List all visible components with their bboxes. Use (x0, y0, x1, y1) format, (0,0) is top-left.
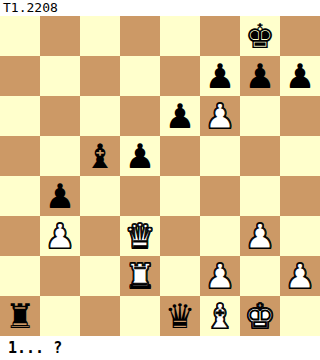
piece-white-bishop[interactable]: ♝ (205, 296, 235, 336)
square-f3[interactable] (200, 216, 240, 256)
piece-black-pawn[interactable]: ♟ (165, 96, 195, 136)
square-c5[interactable]: ♝ (80, 136, 120, 176)
square-a2[interactable] (0, 256, 40, 296)
piece-black-bishop[interactable]: ♝ (85, 136, 115, 176)
square-d1[interactable] (120, 296, 160, 336)
piece-black-pawn[interactable]: ♟ (205, 56, 235, 96)
piece-black-pawn[interactable]: ♟ (285, 56, 315, 96)
square-h8[interactable] (280, 16, 320, 56)
square-a1[interactable]: ♜ (0, 296, 40, 336)
square-e7[interactable] (160, 56, 200, 96)
square-e6[interactable]: ♟ (160, 96, 200, 136)
square-d2[interactable]: ♜ (120, 256, 160, 296)
square-e4[interactable] (160, 176, 200, 216)
square-f5[interactable] (200, 136, 240, 176)
square-d7[interactable] (120, 56, 160, 96)
piece-black-pawn[interactable]: ♟ (245, 56, 275, 96)
square-g1[interactable]: ♚ (240, 296, 280, 336)
square-g5[interactable] (240, 136, 280, 176)
square-a6[interactable] (0, 96, 40, 136)
square-g2[interactable] (240, 256, 280, 296)
square-h5[interactable] (280, 136, 320, 176)
piece-white-pawn[interactable]: ♟ (245, 216, 275, 256)
square-b1[interactable] (40, 296, 80, 336)
square-c4[interactable] (80, 176, 120, 216)
square-a7[interactable] (0, 56, 40, 96)
square-g8[interactable]: ♚ (240, 16, 280, 56)
square-c7[interactable] (80, 56, 120, 96)
piece-white-pawn[interactable]: ♟ (285, 256, 315, 296)
square-d5[interactable]: ♟ (120, 136, 160, 176)
piece-black-queen[interactable]: ♛ (165, 296, 195, 336)
square-g3[interactable]: ♟ (240, 216, 280, 256)
square-e5[interactable] (160, 136, 200, 176)
piece-black-pawn[interactable]: ♟ (125, 136, 155, 176)
move-prompt: 1... ? (0, 336, 320, 360)
square-b8[interactable] (40, 16, 80, 56)
square-d8[interactable] (120, 16, 160, 56)
square-h7[interactable]: ♟ (280, 56, 320, 96)
square-e8[interactable] (160, 16, 200, 56)
piece-white-queen[interactable]: ♛ (125, 216, 155, 256)
square-a3[interactable] (0, 216, 40, 256)
square-f7[interactable]: ♟ (200, 56, 240, 96)
square-h3[interactable] (280, 216, 320, 256)
square-a8[interactable] (0, 16, 40, 56)
piece-black-pawn[interactable]: ♟ (45, 176, 75, 216)
square-f6[interactable]: ♟ (200, 96, 240, 136)
square-b2[interactable] (40, 256, 80, 296)
square-f1[interactable]: ♝ (200, 296, 240, 336)
chess-board: ♚♟♟♟♟♟♝♟♟♟♛♟♜♟♟♜♛♝♚ (0, 16, 320, 336)
square-b3[interactable]: ♟ (40, 216, 80, 256)
square-c2[interactable] (80, 256, 120, 296)
square-h4[interactable] (280, 176, 320, 216)
square-c3[interactable] (80, 216, 120, 256)
piece-white-pawn[interactable]: ♟ (45, 216, 75, 256)
piece-white-king[interactable]: ♚ (245, 296, 275, 336)
square-b4[interactable]: ♟ (40, 176, 80, 216)
piece-white-pawn[interactable]: ♟ (205, 96, 235, 136)
square-f2[interactable]: ♟ (200, 256, 240, 296)
square-e2[interactable] (160, 256, 200, 296)
square-e3[interactable] (160, 216, 200, 256)
square-b7[interactable] (40, 56, 80, 96)
square-b6[interactable] (40, 96, 80, 136)
square-h2[interactable]: ♟ (280, 256, 320, 296)
piece-black-king[interactable]: ♚ (245, 16, 275, 56)
square-b5[interactable] (40, 136, 80, 176)
square-c1[interactable] (80, 296, 120, 336)
square-f8[interactable] (200, 16, 240, 56)
square-d4[interactable] (120, 176, 160, 216)
square-c6[interactable] (80, 96, 120, 136)
square-c8[interactable] (80, 16, 120, 56)
piece-white-pawn[interactable]: ♟ (205, 256, 235, 296)
square-h6[interactable] (280, 96, 320, 136)
square-d3[interactable]: ♛ (120, 216, 160, 256)
square-f4[interactable] (200, 176, 240, 216)
square-e1[interactable]: ♛ (160, 296, 200, 336)
square-a4[interactable] (0, 176, 40, 216)
puzzle-title: T1.2208 (0, 0, 320, 16)
square-g6[interactable] (240, 96, 280, 136)
piece-black-rook[interactable]: ♜ (5, 296, 35, 336)
square-d6[interactable] (120, 96, 160, 136)
piece-white-rook[interactable]: ♜ (125, 256, 155, 296)
square-h1[interactable] (280, 296, 320, 336)
square-g4[interactable] (240, 176, 280, 216)
square-a5[interactable] (0, 136, 40, 176)
square-g7[interactable]: ♟ (240, 56, 280, 96)
